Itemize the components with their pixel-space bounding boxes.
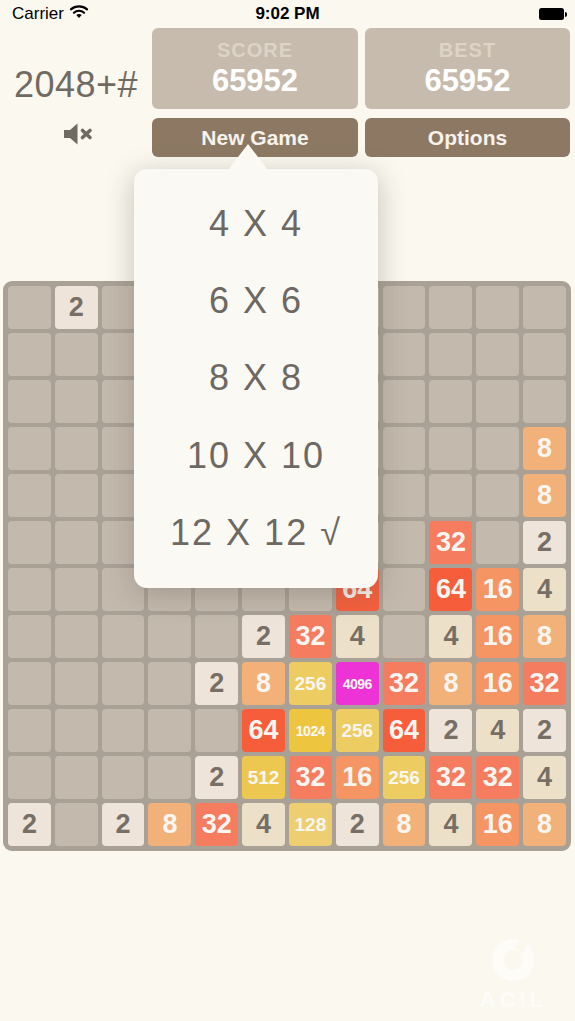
tile-8: 8 bbox=[523, 803, 566, 846]
tile-2: 2 bbox=[8, 803, 51, 846]
empty-cell bbox=[383, 615, 426, 658]
tile-256: 256 bbox=[383, 756, 426, 799]
tile-256: 256 bbox=[336, 709, 379, 752]
tile-8: 8 bbox=[383, 803, 426, 846]
empty-cell bbox=[102, 709, 145, 752]
empty-cell bbox=[383, 380, 426, 423]
tile-32: 32 bbox=[476, 756, 519, 799]
speaker-muted-icon bbox=[62, 122, 93, 149]
empty-cell bbox=[383, 521, 426, 564]
empty-cell bbox=[102, 615, 145, 658]
tile-16: 16 bbox=[476, 803, 519, 846]
empty-cell bbox=[195, 709, 238, 752]
clock: 9:02 PM bbox=[0, 4, 575, 24]
tile-4: 4 bbox=[336, 615, 379, 658]
tile-32: 32 bbox=[383, 662, 426, 705]
tile-4: 4 bbox=[429, 803, 472, 846]
empty-cell bbox=[476, 380, 519, 423]
tile-8: 8 bbox=[523, 427, 566, 470]
menu-item-10x10[interactable]: 10 X 10 bbox=[134, 435, 378, 477]
app-title: 2048+# bbox=[0, 64, 152, 106]
tile-8: 8 bbox=[523, 615, 566, 658]
board-size-popover: 4 X 46 X 68 X 810 X 1012 X 12 √ bbox=[134, 169, 378, 588]
empty-cell bbox=[523, 333, 566, 376]
empty-cell bbox=[8, 521, 51, 564]
empty-cell bbox=[8, 709, 51, 752]
empty-cell bbox=[102, 756, 145, 799]
tile-2: 2 bbox=[242, 615, 285, 658]
empty-cell bbox=[8, 427, 51, 470]
empty-cell bbox=[8, 615, 51, 658]
tile-512: 512 bbox=[242, 756, 285, 799]
tile-32: 32 bbox=[523, 662, 566, 705]
empty-cell bbox=[148, 662, 191, 705]
empty-cell bbox=[8, 333, 51, 376]
empty-cell bbox=[476, 474, 519, 517]
empty-cell bbox=[429, 380, 472, 423]
empty-cell bbox=[383, 427, 426, 470]
tile-32: 32 bbox=[289, 756, 332, 799]
tile-4: 4 bbox=[523, 756, 566, 799]
tile-2: 2 bbox=[195, 756, 238, 799]
tile-16: 16 bbox=[476, 662, 519, 705]
tile-64: 64 bbox=[242, 709, 285, 752]
empty-cell bbox=[523, 380, 566, 423]
tile-32: 32 bbox=[429, 521, 472, 564]
empty-cell bbox=[55, 803, 98, 846]
tile-2: 2 bbox=[523, 709, 566, 752]
empty-cell bbox=[55, 615, 98, 658]
tile-8: 8 bbox=[429, 662, 472, 705]
empty-cell bbox=[429, 286, 472, 329]
empty-cell bbox=[429, 333, 472, 376]
empty-cell bbox=[55, 333, 98, 376]
empty-cell bbox=[8, 568, 51, 611]
mute-button[interactable] bbox=[57, 120, 97, 150]
tile-256: 256 bbox=[289, 662, 332, 705]
tile-1024: 1024 bbox=[289, 709, 332, 752]
empty-cell bbox=[148, 709, 191, 752]
empty-cell bbox=[383, 333, 426, 376]
watermark-logo-icon bbox=[492, 939, 534, 981]
tile-4: 4 bbox=[429, 615, 472, 658]
score-value: 65952 bbox=[212, 63, 298, 99]
watermark: ACIL bbox=[480, 939, 547, 1013]
tile-128: 128 bbox=[289, 803, 332, 846]
score-label: SCORE bbox=[217, 39, 293, 62]
status-bar: Carrier 9:02 PM bbox=[0, 0, 575, 28]
tile-2: 2 bbox=[55, 286, 98, 329]
best-label: BEST bbox=[439, 39, 496, 62]
empty-cell bbox=[476, 286, 519, 329]
tile-8: 8 bbox=[523, 474, 566, 517]
tile-64: 64 bbox=[429, 568, 472, 611]
empty-cell bbox=[55, 427, 98, 470]
empty-cell bbox=[476, 521, 519, 564]
empty-cell bbox=[429, 474, 472, 517]
tile-2: 2 bbox=[102, 803, 145, 846]
empty-cell bbox=[383, 286, 426, 329]
empty-cell bbox=[8, 474, 51, 517]
empty-cell bbox=[148, 756, 191, 799]
empty-cell bbox=[55, 380, 98, 423]
menu-item-12x12[interactable]: 12 X 12 √ bbox=[134, 512, 378, 554]
tile-4: 4 bbox=[523, 568, 566, 611]
tile-2: 2 bbox=[523, 521, 566, 564]
score-box: SCORE 65952 bbox=[152, 28, 358, 109]
empty-cell bbox=[523, 286, 566, 329]
empty-cell bbox=[195, 615, 238, 658]
empty-cell bbox=[55, 662, 98, 705]
menu-item-4x4[interactable]: 4 X 4 bbox=[134, 203, 378, 245]
tile-4: 4 bbox=[242, 803, 285, 846]
tile-2: 2 bbox=[195, 662, 238, 705]
tile-16: 16 bbox=[476, 568, 519, 611]
options-button[interactable]: Options bbox=[365, 118, 570, 157]
empty-cell bbox=[55, 709, 98, 752]
tile-16: 16 bbox=[476, 615, 519, 658]
tile-16: 16 bbox=[336, 756, 379, 799]
best-value: 65952 bbox=[424, 63, 510, 99]
tile-32: 32 bbox=[289, 615, 332, 658]
tile-4: 4 bbox=[476, 709, 519, 752]
watermark-text: ACIL bbox=[480, 987, 547, 1013]
empty-cell bbox=[55, 568, 98, 611]
empty-cell bbox=[55, 521, 98, 564]
size-menu: 4 X 46 X 68 X 810 X 1012 X 12 √ bbox=[134, 169, 378, 588]
best-box: BEST 65952 bbox=[365, 28, 570, 109]
tile-8: 8 bbox=[148, 803, 191, 846]
tile-32: 32 bbox=[429, 756, 472, 799]
empty-cell bbox=[8, 756, 51, 799]
tile-64: 64 bbox=[383, 709, 426, 752]
empty-cell bbox=[8, 286, 51, 329]
empty-cell bbox=[55, 756, 98, 799]
menu-item-8x8[interactable]: 8 X 8 bbox=[134, 357, 378, 399]
battery-icon bbox=[539, 8, 568, 20]
tile-2: 2 bbox=[336, 803, 379, 846]
menu-item-6x6[interactable]: 6 X 6 bbox=[134, 280, 378, 322]
tile-2: 2 bbox=[429, 709, 472, 752]
empty-cell bbox=[102, 662, 145, 705]
empty-cell bbox=[383, 568, 426, 611]
empty-cell bbox=[8, 380, 51, 423]
empty-cell bbox=[476, 427, 519, 470]
empty-cell bbox=[148, 615, 191, 658]
tile-4096: 4096 bbox=[336, 662, 379, 705]
empty-cell bbox=[476, 333, 519, 376]
empty-cell bbox=[55, 474, 98, 517]
empty-cell bbox=[429, 427, 472, 470]
empty-cell bbox=[383, 474, 426, 517]
tile-8: 8 bbox=[242, 662, 285, 705]
popover-arrow-icon bbox=[228, 144, 268, 170]
empty-cell bbox=[8, 662, 51, 705]
tile-32: 32 bbox=[195, 803, 238, 846]
